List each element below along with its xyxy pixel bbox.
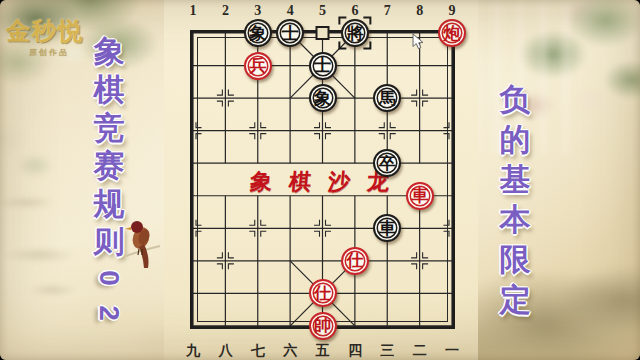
piece-black-5-2[interactable]: 象 [309, 84, 337, 112]
title-char: 规 [94, 188, 125, 219]
last-move-from-marker [317, 27, 329, 39]
bird-illustration [124, 216, 162, 274]
video-frame: 金秒悦 原创作品 象棋竞赛规则02 负的基本限定 123456789 九八七六五… [0, 0, 640, 360]
title-char: 定 [500, 284, 531, 315]
title-char: 限 [500, 244, 531, 275]
title-char: 本 [500, 204, 531, 235]
file-label-bottom-7: 三 [380, 344, 394, 358]
piece-red-8-5[interactable]: 車 [406, 182, 434, 210]
piece-black-7-2[interactable]: 馬 [373, 84, 401, 112]
file-label-top-1: 1 [190, 4, 197, 18]
title-char: 棋 [94, 74, 125, 105]
piece-red-9-0[interactable]: 炮 [438, 19, 466, 47]
file-label-bottom-3: 七 [251, 344, 265, 358]
file-label-top-9: 9 [449, 4, 456, 18]
file-label-top-6: 6 [351, 4, 358, 18]
file-label-top-7: 7 [384, 4, 391, 18]
file-label-bottom-2: 八 [218, 344, 232, 358]
file-label-top-5: 5 [319, 4, 326, 18]
piece-red-3-1[interactable]: 兵 [244, 52, 272, 80]
mouse-cursor [412, 33, 426, 51]
piece-red-5-9[interactable]: 帥 [309, 312, 337, 340]
title-char: 0 [95, 270, 123, 286]
piece-black-6-0[interactable]: 將 [341, 19, 369, 47]
file-label-bottom-9: 一 [445, 344, 459, 358]
decor-branch-left [0, 150, 100, 325]
file-label-top-8: 8 [416, 4, 423, 18]
file-label-bottom-4: 六 [283, 344, 297, 358]
piece-black-3-0[interactable]: 象 [244, 19, 272, 47]
title-char: 象 [94, 36, 125, 67]
piece-black-4-0[interactable]: 士 [276, 19, 304, 47]
title-char: 赛 [94, 150, 125, 181]
file-label-top-3: 3 [254, 4, 261, 18]
channel-logo: 金秒悦 [6, 15, 84, 47]
piece-black-7-6[interactable]: 車 [373, 214, 401, 242]
file-label-top-2: 2 [222, 4, 229, 18]
title-char: 2 [95, 305, 123, 321]
piece-black-5-1[interactable]: 士 [309, 52, 337, 80]
title-char: 竞 [94, 112, 125, 143]
title-char: 负 [500, 84, 531, 115]
file-label-bottom-6: 四 [348, 344, 362, 358]
file-label-bottom-5: 五 [316, 344, 330, 358]
channel-logo-subtitle: 原创作品 [29, 47, 69, 58]
piece-red-6-7[interactable]: 仕 [341, 247, 369, 275]
decor-flowers-left [0, 68, 73, 198]
title-char: 基 [500, 164, 531, 195]
left-vertical-title: 象棋竞赛规则02 [88, 36, 130, 327]
file-label-top-4: 4 [287, 4, 294, 18]
piece-red-5-8[interactable]: 仕 [309, 279, 337, 307]
piece-black-7-4[interactable]: 卒 [373, 149, 401, 177]
xiangqi-board-panel: 123456789 九八七六五四三二一 象棋沙龙 象士將炮兵士象馬卒車車仕仕帥 [164, 0, 478, 360]
title-char: 的 [500, 124, 531, 155]
file-label-bottom-1: 九 [186, 344, 200, 358]
file-label-bottom-8: 二 [413, 344, 427, 358]
right-vertical-title: 负的基本限定 [494, 84, 536, 315]
title-char: 则 [94, 226, 125, 257]
